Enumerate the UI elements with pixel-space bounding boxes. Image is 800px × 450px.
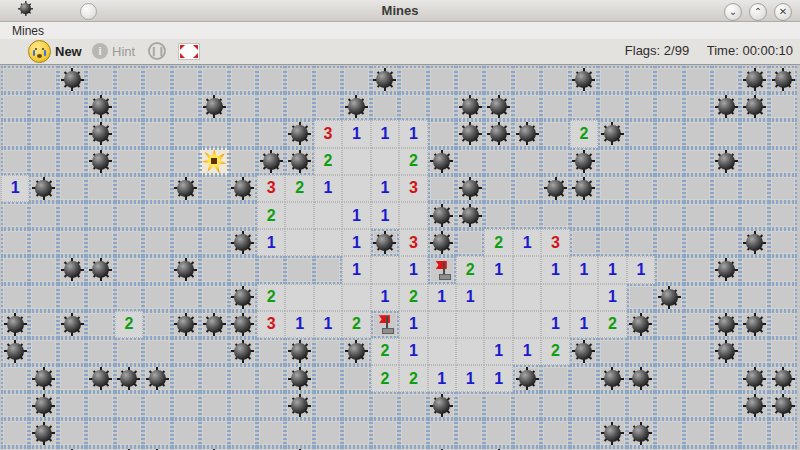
board-cell-mine[interactable] <box>229 338 257 365</box>
board-cell-hidden[interactable] <box>769 256 797 283</box>
board-cell-hidden[interactable] <box>285 66 313 93</box>
board-cell-hidden[interactable] <box>655 229 683 256</box>
board-cell-hidden[interactable] <box>314 392 342 419</box>
board-cell-hidden[interactable] <box>598 229 626 256</box>
board-cell-number[interactable]: 2 <box>484 229 512 256</box>
board-cell-mine[interactable] <box>229 175 257 202</box>
board-cell-hidden[interactable] <box>342 365 370 392</box>
board-cell-blank[interactable] <box>570 284 598 311</box>
board-cell-hidden[interactable] <box>29 338 57 365</box>
board-cell-hidden[interactable] <box>200 256 228 283</box>
board-cell-number[interactable]: 2 <box>541 338 569 365</box>
board-cell-mine[interactable] <box>143 365 171 392</box>
board-cell-mine[interactable] <box>229 229 257 256</box>
board-cell-mine[interactable] <box>285 447 313 450</box>
board-cell-hidden[interactable] <box>342 447 370 450</box>
board-cell-hidden[interactable] <box>115 229 143 256</box>
board-cell-hidden[interactable] <box>684 66 712 93</box>
board-cell-number[interactable]: 1 <box>541 256 569 283</box>
board-cell-hidden[interactable] <box>200 365 228 392</box>
board-cell-hidden[interactable] <box>541 202 569 229</box>
board-cell-hidden[interactable] <box>399 93 427 120</box>
board-cell-blank[interactable] <box>314 229 342 256</box>
board-cell-hidden[interactable] <box>712 120 740 147</box>
board-cell-mine[interactable] <box>86 365 114 392</box>
board-cell-number[interactable]: 1 <box>399 338 427 365</box>
board-cell-number[interactable]: 2 <box>371 365 399 392</box>
board-cell-hidden[interactable] <box>143 256 171 283</box>
board-cell-mine[interactable] <box>570 175 598 202</box>
board-cell-hidden[interactable] <box>740 120 768 147</box>
board-cell-hidden[interactable] <box>1 392 29 419</box>
board-cell-hidden[interactable] <box>1 202 29 229</box>
board-cell-mine[interactable] <box>740 311 768 338</box>
board-cell-hidden[interactable] <box>712 284 740 311</box>
board-cell-hidden[interactable] <box>314 365 342 392</box>
board-cell-hidden[interactable] <box>769 175 797 202</box>
board-cell-hidden[interactable] <box>684 120 712 147</box>
board-cell-blank[interactable] <box>541 284 569 311</box>
board-cell-hidden[interactable] <box>570 202 598 229</box>
board-cell-hidden[interactable] <box>655 311 683 338</box>
board-cell-blank[interactable] <box>399 202 427 229</box>
board-cell-hidden[interactable] <box>428 93 456 120</box>
board-cell-mine[interactable] <box>115 447 143 450</box>
board-cell-hidden[interactable] <box>29 93 57 120</box>
board-cell-mine[interactable] <box>627 365 655 392</box>
board-cell-hidden[interactable] <box>399 66 427 93</box>
board-cell-hidden[interactable] <box>627 447 655 450</box>
board-cell-hidden[interactable] <box>342 66 370 93</box>
board-cell-number[interactable]: 3 <box>314 120 342 147</box>
board-cell-hidden[interactable] <box>1 365 29 392</box>
board-cell-number[interactable]: 1 <box>428 365 456 392</box>
board-cell-hidden[interactable] <box>29 447 57 450</box>
board-cell-mine[interactable] <box>371 66 399 93</box>
board-cell-hidden[interactable] <box>257 256 285 283</box>
board-cell-mine[interactable] <box>58 66 86 93</box>
board-cell-hidden[interactable] <box>1 419 29 446</box>
board-cell-mine[interactable] <box>484 120 512 147</box>
board-cell-mine[interactable] <box>513 365 541 392</box>
board-cell-mine[interactable] <box>627 311 655 338</box>
board-cell-hidden[interactable] <box>58 365 86 392</box>
board-cell-mine[interactable] <box>712 148 740 175</box>
board-cell-number[interactable]: 1 <box>371 284 399 311</box>
minimize-button[interactable]: ⌄ <box>724 3 742 21</box>
board-cell-number[interactable]: 1 <box>428 284 456 311</box>
board-cell-number[interactable]: 3 <box>541 229 569 256</box>
board-cell-hidden[interactable] <box>428 66 456 93</box>
board-cell-hidden[interactable] <box>58 229 86 256</box>
board-cell-hidden[interactable] <box>513 148 541 175</box>
board-cell-mine[interactable] <box>371 229 399 256</box>
board-cell-hidden[interactable] <box>143 66 171 93</box>
close-button[interactable]: ✕ <box>774 3 792 21</box>
board-cell-number[interactable]: 1 <box>371 202 399 229</box>
board-cell-mine[interactable] <box>712 256 740 283</box>
board-cell-hidden[interactable] <box>684 175 712 202</box>
board-cell-number[interactable]: 1 <box>484 338 512 365</box>
board-cell-blank[interactable] <box>285 229 313 256</box>
board-cell-hidden[interactable] <box>342 419 370 446</box>
board-cell-hidden[interactable] <box>200 419 228 446</box>
board-cell-mine[interactable] <box>172 175 200 202</box>
board-cell-hidden[interactable] <box>541 392 569 419</box>
board-cell-hidden[interactable] <box>86 311 114 338</box>
board-cell-hidden[interactable] <box>200 284 228 311</box>
board-cell-mine[interactable] <box>740 229 768 256</box>
board-cell-hidden[interactable] <box>627 120 655 147</box>
board-cell-hidden[interactable] <box>200 120 228 147</box>
board-cell-mine[interactable] <box>712 311 740 338</box>
board-cell-mine[interactable] <box>513 120 541 147</box>
board-cell-hidden[interactable] <box>655 93 683 120</box>
board-cell-number[interactable]: 1 <box>570 311 598 338</box>
board-cell-hidden[interactable] <box>598 202 626 229</box>
board-cell-hidden[interactable] <box>371 93 399 120</box>
board-cell-number[interactable]: 1 <box>484 365 512 392</box>
board-cell-hidden[interactable] <box>371 392 399 419</box>
board-cell-mine[interactable] <box>769 365 797 392</box>
board-cell-hidden[interactable] <box>1 229 29 256</box>
board-cell-hidden[interactable] <box>627 175 655 202</box>
board-cell-hidden[interactable] <box>115 175 143 202</box>
board-cell-hidden[interactable] <box>86 66 114 93</box>
board-cell-hidden[interactable] <box>143 392 171 419</box>
board-cell-hidden[interactable] <box>172 284 200 311</box>
board-cell-hidden[interactable] <box>598 148 626 175</box>
board-cell-blank[interactable] <box>314 202 342 229</box>
board-cell-number[interactable]: 1 <box>456 284 484 311</box>
board-cell-number[interactable]: 2 <box>570 120 598 147</box>
board-cell-mine[interactable] <box>143 447 171 450</box>
board-cell-number[interactable]: 2 <box>257 284 285 311</box>
board-cell-flag[interactable] <box>428 256 456 283</box>
board-cell-number[interactable]: 1 <box>570 256 598 283</box>
board-cell-hidden[interactable] <box>484 66 512 93</box>
board-cell-hidden[interactable] <box>456 447 484 450</box>
board-cell-number[interactable]: 2 <box>371 338 399 365</box>
board-cell-blank[interactable] <box>484 284 512 311</box>
board-cell-hidden[interactable] <box>655 175 683 202</box>
board-cell-mine[interactable] <box>200 447 228 450</box>
board-cell-hidden[interactable] <box>143 93 171 120</box>
board-cell-hidden[interactable] <box>541 66 569 93</box>
board-cell-hidden[interactable] <box>229 256 257 283</box>
board-cell-hidden[interactable] <box>257 66 285 93</box>
board-cell-hidden[interactable] <box>1 93 29 120</box>
board-cell-blank[interactable] <box>456 338 484 365</box>
board-cell-hidden[interactable] <box>172 202 200 229</box>
board-cell-hidden[interactable] <box>86 392 114 419</box>
board-cell-hidden[interactable] <box>484 419 512 446</box>
board-cell-hidden[interactable] <box>598 66 626 93</box>
board-cell-hidden[interactable] <box>541 365 569 392</box>
board-cell-mine[interactable] <box>200 311 228 338</box>
board-cell-hidden[interactable] <box>143 229 171 256</box>
board-cell-hidden[interactable] <box>541 447 569 450</box>
board-cell-hidden[interactable] <box>541 419 569 446</box>
board-cell-hidden[interactable] <box>29 311 57 338</box>
board-cell-mine[interactable] <box>342 93 370 120</box>
board-cell-number[interactable]: 1 <box>598 256 626 283</box>
board-cell-number[interactable]: 1 <box>342 229 370 256</box>
board-cell-hidden[interactable] <box>285 256 313 283</box>
board-cell-hidden[interactable] <box>58 148 86 175</box>
board-cell-hidden[interactable] <box>58 392 86 419</box>
board-cell-hidden[interactable] <box>769 120 797 147</box>
board-cell-number[interactable]: 1 <box>342 120 370 147</box>
board-cell-exploded[interactable] <box>200 148 228 175</box>
board-cell-hidden[interactable] <box>541 93 569 120</box>
board-cell-hidden[interactable] <box>513 93 541 120</box>
board-cell-blank[interactable] <box>484 311 512 338</box>
board-cell-hidden[interactable] <box>1 66 29 93</box>
board-cell-number[interactable]: 2 <box>342 311 370 338</box>
board-cell-mine[interactable] <box>740 93 768 120</box>
board-cell-hidden[interactable] <box>513 202 541 229</box>
board-cell-hidden[interactable] <box>371 447 399 450</box>
board-cell-hidden[interactable] <box>769 148 797 175</box>
board-cell-hidden[interactable] <box>257 338 285 365</box>
hint-button[interactable]: i Hint <box>92 40 135 62</box>
board-cell-mine[interactable] <box>570 148 598 175</box>
board-cell-hidden[interactable] <box>627 66 655 93</box>
board-cell-mine[interactable] <box>598 365 626 392</box>
board-cell-mine[interactable] <box>86 148 114 175</box>
board-cell-mine[interactable] <box>428 202 456 229</box>
board-cell-hidden[interactable] <box>399 419 427 446</box>
board-cell-hidden[interactable] <box>200 202 228 229</box>
board-cell-blank[interactable] <box>371 256 399 283</box>
board-cell-hidden[interactable] <box>712 175 740 202</box>
board-cell-blank[interactable] <box>513 311 541 338</box>
board-cell-hidden[interactable] <box>740 447 768 450</box>
board-cell-mine[interactable] <box>712 338 740 365</box>
board-cell-number[interactable]: 2 <box>314 148 342 175</box>
board-cell-hidden[interactable] <box>399 392 427 419</box>
board-cell-hidden[interactable] <box>29 229 57 256</box>
board-cell-hidden[interactable] <box>684 447 712 450</box>
board-cell-hidden[interactable] <box>257 93 285 120</box>
board-cell-number[interactable]: 1 <box>342 202 370 229</box>
board-cell-hidden[interactable] <box>115 392 143 419</box>
board-cell-number[interactable]: 3 <box>257 311 285 338</box>
board-cell-number[interactable]: 1 <box>456 365 484 392</box>
board-cell-hidden[interactable] <box>314 338 342 365</box>
board-cell-number[interactable]: 1 <box>627 256 655 283</box>
pause-button[interactable]: ❙❙ <box>148 40 166 62</box>
maximize-button[interactable]: ⌃ <box>749 3 767 21</box>
board-cell-hidden[interactable] <box>456 392 484 419</box>
board-cell-hidden[interactable] <box>513 175 541 202</box>
board-cell-hidden[interactable] <box>655 120 683 147</box>
board-cell-number[interactable]: 1 <box>598 284 626 311</box>
board-cell-hidden[interactable] <box>257 419 285 446</box>
board-cell-hidden[interactable] <box>143 338 171 365</box>
board-cell-hidden[interactable] <box>342 392 370 419</box>
board-cell-hidden[interactable] <box>1 447 29 450</box>
board-cell-blank[interactable] <box>513 256 541 283</box>
board-cell-hidden[interactable] <box>172 229 200 256</box>
board-cell-hidden[interactable] <box>229 202 257 229</box>
board-cell-mine[interactable] <box>598 120 626 147</box>
board-cell-mine[interactable] <box>200 93 228 120</box>
board-cell-blank[interactable] <box>428 311 456 338</box>
board-cell-hidden[interactable] <box>1 284 29 311</box>
board-cell-hidden[interactable] <box>484 392 512 419</box>
board-cell-blank[interactable] <box>285 284 313 311</box>
board-cell-hidden[interactable] <box>684 284 712 311</box>
board-cell-hidden[interactable] <box>627 148 655 175</box>
board-cell-mine[interactable] <box>285 148 313 175</box>
board-cell-hidden[interactable] <box>86 229 114 256</box>
board-cell-mine[interactable] <box>29 392 57 419</box>
board-cell-hidden[interactable] <box>684 202 712 229</box>
board-cell-hidden[interactable] <box>484 202 512 229</box>
board-cell-mine[interactable] <box>86 93 114 120</box>
board-cell-hidden[interactable] <box>143 311 171 338</box>
board-cell-hidden[interactable] <box>371 419 399 446</box>
board-cell-hidden[interactable] <box>257 447 285 450</box>
board-cell-hidden[interactable] <box>200 66 228 93</box>
board-cell-hidden[interactable] <box>740 284 768 311</box>
board-cell-mine[interactable] <box>86 120 114 147</box>
board-cell-mine[interactable] <box>285 365 313 392</box>
board-cell-hidden[interactable] <box>769 202 797 229</box>
board-cell-hidden[interactable] <box>712 202 740 229</box>
board-cell-hidden[interactable] <box>655 66 683 93</box>
board-cell-mine[interactable] <box>172 256 200 283</box>
board-cell-hidden[interactable] <box>200 338 228 365</box>
board-cell-hidden[interactable] <box>285 93 313 120</box>
board-cell-hidden[interactable] <box>541 120 569 147</box>
board-cell-hidden[interactable] <box>200 229 228 256</box>
board-cell-mine[interactable] <box>570 338 598 365</box>
board-cell-mine[interactable] <box>58 311 86 338</box>
board-cell-mine[interactable] <box>342 338 370 365</box>
board-cell-hidden[interactable] <box>655 447 683 450</box>
board-cell-number[interactable]: 1 <box>399 311 427 338</box>
board-cell-hidden[interactable] <box>627 284 655 311</box>
board-cell-hidden[interactable] <box>1 148 29 175</box>
board-cell-mine[interactable] <box>570 66 598 93</box>
board-cell-hidden[interactable] <box>484 175 512 202</box>
board-cell-hidden[interactable] <box>143 148 171 175</box>
board-cell-hidden[interactable] <box>428 175 456 202</box>
board-cell-hidden[interactable] <box>570 392 598 419</box>
board-cell-hidden[interactable] <box>627 93 655 120</box>
board-cell-hidden[interactable] <box>229 120 257 147</box>
board-cell-blank[interactable] <box>285 202 313 229</box>
board-cell-mine[interactable] <box>740 365 768 392</box>
board-cell-hidden[interactable] <box>86 284 114 311</box>
board-cell-hidden[interactable] <box>58 338 86 365</box>
board-cell-mine[interactable] <box>456 202 484 229</box>
board-cell-hidden[interactable] <box>684 93 712 120</box>
board-cell-blank[interactable] <box>371 148 399 175</box>
board-cell-hidden[interactable] <box>1 256 29 283</box>
board-cell-hidden[interactable] <box>314 66 342 93</box>
board-cell-hidden[interactable] <box>115 419 143 446</box>
board-cell-hidden[interactable] <box>58 202 86 229</box>
board-cell-number[interactable]: 1 <box>342 256 370 283</box>
board-cell-hidden[interactable] <box>570 93 598 120</box>
board-cell-hidden[interactable] <box>200 392 228 419</box>
board-cell-mine[interactable] <box>86 256 114 283</box>
board-cell-number[interactable]: 1 <box>1 175 29 202</box>
board-cell-hidden[interactable] <box>456 229 484 256</box>
board-cell-hidden[interactable] <box>570 229 598 256</box>
board-cell-hidden[interactable] <box>740 419 768 446</box>
board-cell-mine[interactable] <box>655 284 683 311</box>
new-game-button[interactable]: New <box>28 40 82 62</box>
board-cell-hidden[interactable] <box>684 229 712 256</box>
board-cell-hidden[interactable] <box>769 229 797 256</box>
board-cell-hidden[interactable] <box>86 447 114 450</box>
flag-tool-button[interactable] <box>178 40 200 62</box>
board-cell-hidden[interactable] <box>570 419 598 446</box>
board-cell-hidden[interactable] <box>484 148 512 175</box>
board-cell-mine[interactable] <box>1 338 29 365</box>
board-cell-mine[interactable] <box>172 311 200 338</box>
board-cell-hidden[interactable] <box>399 447 427 450</box>
board-cell-number[interactable]: 3 <box>257 175 285 202</box>
board-cell-hidden[interactable] <box>712 229 740 256</box>
board-cell-hidden[interactable] <box>172 148 200 175</box>
board-cell-hidden[interactable] <box>172 66 200 93</box>
board-cell-mine[interactable] <box>456 175 484 202</box>
board-cell-blank[interactable] <box>342 175 370 202</box>
board-cell-hidden[interactable] <box>456 419 484 446</box>
board-cell-hidden[interactable] <box>229 365 257 392</box>
board-cell-hidden[interactable] <box>740 148 768 175</box>
board-cell-mine[interactable] <box>229 311 257 338</box>
board-cell-hidden[interactable] <box>740 175 768 202</box>
board-cell-mine[interactable] <box>740 392 768 419</box>
menu-item-mines[interactable]: Mines <box>8 24 48 38</box>
board-cell-hidden[interactable] <box>684 365 712 392</box>
board-cell-hidden[interactable] <box>712 392 740 419</box>
board-cell-mine[interactable] <box>769 66 797 93</box>
board-cell-hidden[interactable] <box>428 419 456 446</box>
board-cell-mine[interactable] <box>712 93 740 120</box>
board-cell-mine[interactable] <box>769 392 797 419</box>
board-cell-hidden[interactable] <box>172 419 200 446</box>
board-cell-mine[interactable] <box>257 148 285 175</box>
board-cell-mine[interactable] <box>428 229 456 256</box>
board-cell-number[interactable]: 1 <box>484 256 512 283</box>
board-cell-mine[interactable] <box>428 148 456 175</box>
board-cell-blank[interactable] <box>314 284 342 311</box>
board-cell-hidden[interactable] <box>115 66 143 93</box>
board-cell-hidden[interactable] <box>86 338 114 365</box>
board-cell-number[interactable]: 2 <box>399 284 427 311</box>
board-cell-hidden[interactable] <box>655 338 683 365</box>
board-cell-mine[interactable] <box>1 311 29 338</box>
board-cell-number[interactable]: 2 <box>399 365 427 392</box>
board-cell-number[interactable]: 1 <box>513 338 541 365</box>
board-cell-hidden[interactable] <box>257 365 285 392</box>
board-cell-hidden[interactable] <box>598 338 626 365</box>
board-cell-hidden[interactable] <box>1 120 29 147</box>
board-cell-number[interactable]: 2 <box>115 311 143 338</box>
board-cell-hidden[interactable] <box>257 120 285 147</box>
board-cell-hidden[interactable] <box>58 120 86 147</box>
board-cell-hidden[interactable] <box>314 419 342 446</box>
board-cell-hidden[interactable] <box>229 419 257 446</box>
